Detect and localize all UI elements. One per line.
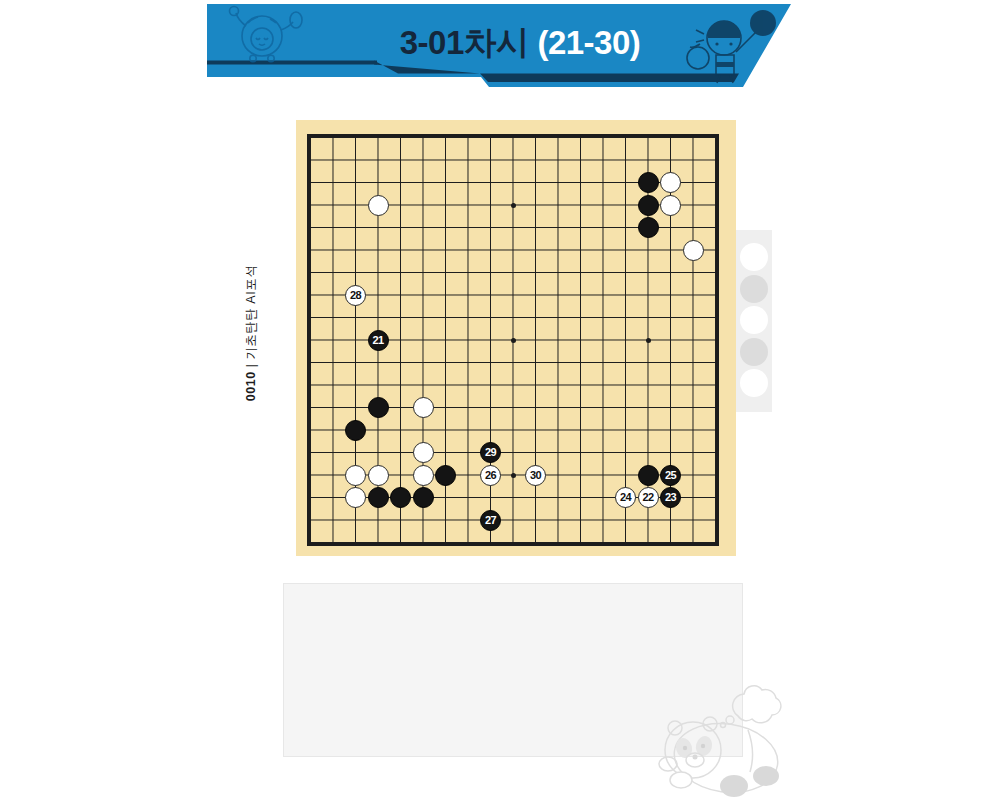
star-point xyxy=(511,203,516,208)
white-stone xyxy=(660,195,681,216)
black-stone xyxy=(345,420,366,441)
black-stone xyxy=(413,487,434,508)
star-point xyxy=(511,473,516,478)
move-number: 23 xyxy=(665,492,676,503)
white-stone-move-24: 24 xyxy=(615,487,636,508)
white-stone xyxy=(660,172,681,193)
page-title-range: (21-30) xyxy=(537,24,640,61)
tray-circle xyxy=(740,306,768,334)
tray-circle xyxy=(740,243,768,271)
black-stone xyxy=(638,465,659,486)
white-stone-move-22: 22 xyxy=(638,487,659,508)
page-title: 3-01차시 (21-30) xyxy=(260,21,780,66)
black-stone-move-27: 27 xyxy=(480,510,501,531)
white-stone xyxy=(345,487,366,508)
black-stone-move-25: 25 xyxy=(660,465,681,486)
white-stone-move-28: 28 xyxy=(345,285,366,306)
move-number: 25 xyxy=(665,470,676,481)
black-stone xyxy=(368,487,389,508)
move-number: 29 xyxy=(485,447,496,458)
move-number: 28 xyxy=(350,290,361,301)
black-stone-move-29: 29 xyxy=(480,442,501,463)
go-board: 28212926302524222327 xyxy=(296,120,736,556)
white-stone xyxy=(368,195,389,216)
move-number: 21 xyxy=(372,335,383,346)
move-number: 24 xyxy=(620,492,631,503)
lesson-series-name: | 기초탄탄 AI포석 xyxy=(244,265,258,368)
page-title-session: 3-01차시 xyxy=(400,24,529,61)
white-stone xyxy=(368,465,389,486)
lesson-number: 0010 xyxy=(244,371,258,401)
tray-circle xyxy=(740,275,768,303)
panda-mascot-icon xyxy=(638,668,808,804)
move-number: 30 xyxy=(530,470,541,481)
white-stone xyxy=(683,240,704,261)
black-stone xyxy=(638,195,659,216)
white-stone xyxy=(345,465,366,486)
black-stone-move-23: 23 xyxy=(660,487,681,508)
move-number: 27 xyxy=(485,515,496,526)
black-stone xyxy=(368,397,389,418)
stone-tray xyxy=(736,230,772,412)
black-stone xyxy=(638,217,659,238)
move-number: 26 xyxy=(485,470,496,481)
white-stone xyxy=(413,465,434,486)
tray-circle xyxy=(740,338,768,366)
white-stone xyxy=(413,442,434,463)
black-stone xyxy=(435,465,456,486)
black-stone xyxy=(390,487,411,508)
move-number: 22 xyxy=(642,492,653,503)
star-point xyxy=(511,338,516,343)
lesson-code-label: 0010 | 기초탄탄 AI포석 xyxy=(243,265,260,401)
white-stone-move-26: 26 xyxy=(480,465,501,486)
black-stone xyxy=(638,172,659,193)
white-stone xyxy=(413,397,434,418)
black-stone-move-21: 21 xyxy=(368,330,389,351)
white-stone-move-30: 30 xyxy=(525,465,546,486)
star-point xyxy=(646,338,651,343)
tray-circle xyxy=(740,369,768,397)
